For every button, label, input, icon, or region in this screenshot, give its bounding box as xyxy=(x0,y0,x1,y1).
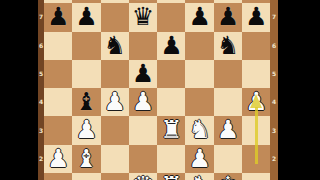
square-d4: ♟ xyxy=(129,88,157,116)
black-queen-d7: ♛ xyxy=(132,3,154,31)
square-g8: ♚ xyxy=(214,0,242,3)
white-pawn-d4: ♟ xyxy=(132,88,154,116)
square-e2 xyxy=(157,145,185,173)
square-c3 xyxy=(101,116,129,144)
square-e7 xyxy=(157,3,185,31)
square-f6 xyxy=(185,32,213,60)
rank-label-6: 6 xyxy=(270,43,278,49)
black-pawn-f7: ♟ xyxy=(188,3,210,31)
square-e5 xyxy=(157,60,185,88)
chess-board: ♜♜♚♟♟♛♟♟♟♞♟♞♟♝♟♟♟♟♜♞♟♟♝♟♛♜♞♚ xyxy=(44,0,270,180)
square-c1 xyxy=(101,173,129,180)
board-border-right: 87654321 xyxy=(270,0,278,180)
black-pawn-d5: ♟ xyxy=(132,60,154,88)
black-pawn-e6: ♟ xyxy=(160,32,182,60)
square-h1 xyxy=(242,173,270,180)
last-move-arrow-head xyxy=(250,94,262,108)
square-c2 xyxy=(101,145,129,173)
square-e1: ♜ xyxy=(157,173,185,180)
square-d1: ♛ xyxy=(129,173,157,180)
square-f3: ♞ xyxy=(185,116,213,144)
white-knight-f3: ♞ xyxy=(188,116,210,144)
square-b5 xyxy=(72,60,100,88)
square-h7: ♟ xyxy=(242,3,270,31)
black-bishop-b4: ♝ xyxy=(75,88,97,116)
white-pawn-a2: ♟ xyxy=(47,145,69,173)
white-pawn-c4: ♟ xyxy=(104,88,126,116)
square-d6 xyxy=(129,32,157,60)
square-c6: ♞ xyxy=(101,32,129,60)
square-g6: ♞ xyxy=(214,32,242,60)
rank-label-2: 2 xyxy=(270,156,278,162)
square-b1 xyxy=(72,173,100,180)
white-pawn-b3: ♟ xyxy=(75,116,97,144)
square-c4: ♟ xyxy=(101,88,129,116)
black-pawn-b7: ♟ xyxy=(75,3,97,31)
square-e4 xyxy=(157,88,185,116)
square-b3: ♟ xyxy=(72,116,100,144)
black-pawn-h7: ♟ xyxy=(245,3,267,31)
square-b2: ♝ xyxy=(72,145,100,173)
chess-diagram-stage: 87654321 87654321 ♜♜♚♟♟♛♟♟♟♞♟♞♟♝♟♟♟♟♜♞♟♟… xyxy=(0,0,320,180)
black-knight-c6: ♞ xyxy=(104,32,126,60)
square-d7: ♛ xyxy=(129,3,157,31)
square-h5 xyxy=(242,60,270,88)
square-h6 xyxy=(242,32,270,60)
square-f2: ♟ xyxy=(185,145,213,173)
square-g3: ♟ xyxy=(214,116,242,144)
square-e6: ♟ xyxy=(157,32,185,60)
white-pawn-g3: ♟ xyxy=(217,116,239,144)
square-a7: ♟ xyxy=(44,3,72,31)
square-f1: ♞ xyxy=(185,173,213,180)
white-queen-d1: ♛ xyxy=(132,172,154,180)
white-pawn-f2: ♟ xyxy=(188,145,210,173)
black-king-g8: ♚ xyxy=(217,0,239,6)
square-g5 xyxy=(214,60,242,88)
square-a3 xyxy=(44,116,72,144)
square-a6 xyxy=(44,32,72,60)
white-rook-e1: ♜ xyxy=(160,172,182,180)
white-bishop-b2: ♝ xyxy=(75,145,97,173)
square-g1: ♚ xyxy=(214,173,242,180)
square-c7 xyxy=(101,3,129,31)
black-pawn-g7: ♟ xyxy=(217,3,239,31)
white-rook-e3: ♜ xyxy=(160,116,182,144)
rank-label-3: 3 xyxy=(270,128,278,134)
square-g2 xyxy=(214,145,242,173)
rank-label-4: 4 xyxy=(270,99,278,105)
square-d2 xyxy=(129,145,157,173)
square-b4: ♝ xyxy=(72,88,100,116)
square-f4 xyxy=(185,88,213,116)
square-d8: ♜ xyxy=(129,0,157,3)
white-king-g1: ♚ xyxy=(217,172,239,180)
square-a1 xyxy=(44,173,72,180)
rank-label-5: 5 xyxy=(270,71,278,77)
black-pawn-a7: ♟ xyxy=(47,3,69,31)
square-e3: ♜ xyxy=(157,116,185,144)
square-f7: ♟ xyxy=(185,3,213,31)
square-d3 xyxy=(129,116,157,144)
black-rook-d8: ♜ xyxy=(132,0,154,6)
rank-label-7: 7 xyxy=(270,14,278,20)
chess-board-frame: 87654321 87654321 ♜♜♚♟♟♛♟♟♟♞♟♞♟♝♟♟♟♟♜♞♟♟… xyxy=(38,0,278,180)
last-move-arrow-line xyxy=(255,107,258,164)
square-c8: ♜ xyxy=(101,0,129,3)
white-knight-f1: ♞ xyxy=(188,172,210,180)
square-a2: ♟ xyxy=(44,145,72,173)
square-b7: ♟ xyxy=(72,3,100,31)
square-c5 xyxy=(101,60,129,88)
square-f5 xyxy=(185,60,213,88)
square-b6 xyxy=(72,32,100,60)
square-a4 xyxy=(44,88,72,116)
square-d5: ♟ xyxy=(129,60,157,88)
square-g7: ♟ xyxy=(214,3,242,31)
black-knight-g6: ♞ xyxy=(217,32,239,60)
black-rook-c8: ♜ xyxy=(104,0,126,6)
square-a5 xyxy=(44,60,72,88)
square-g4 xyxy=(214,88,242,116)
